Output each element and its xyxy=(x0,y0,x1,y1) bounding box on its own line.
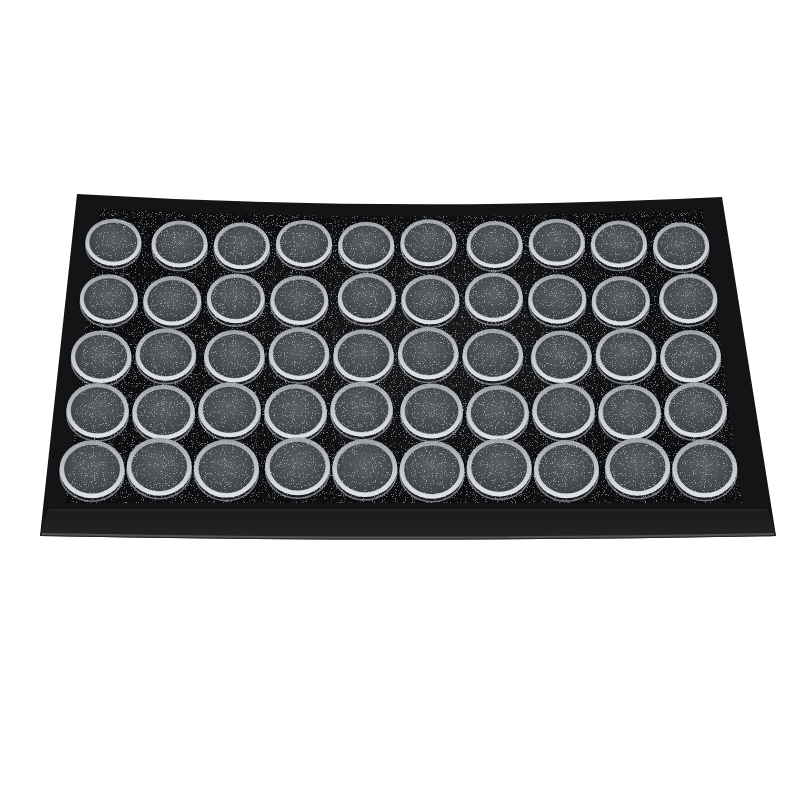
display-tray xyxy=(40,194,776,540)
product-photo xyxy=(0,0,800,800)
foam-speckle-texture xyxy=(64,209,742,503)
tray-scene xyxy=(0,0,800,800)
